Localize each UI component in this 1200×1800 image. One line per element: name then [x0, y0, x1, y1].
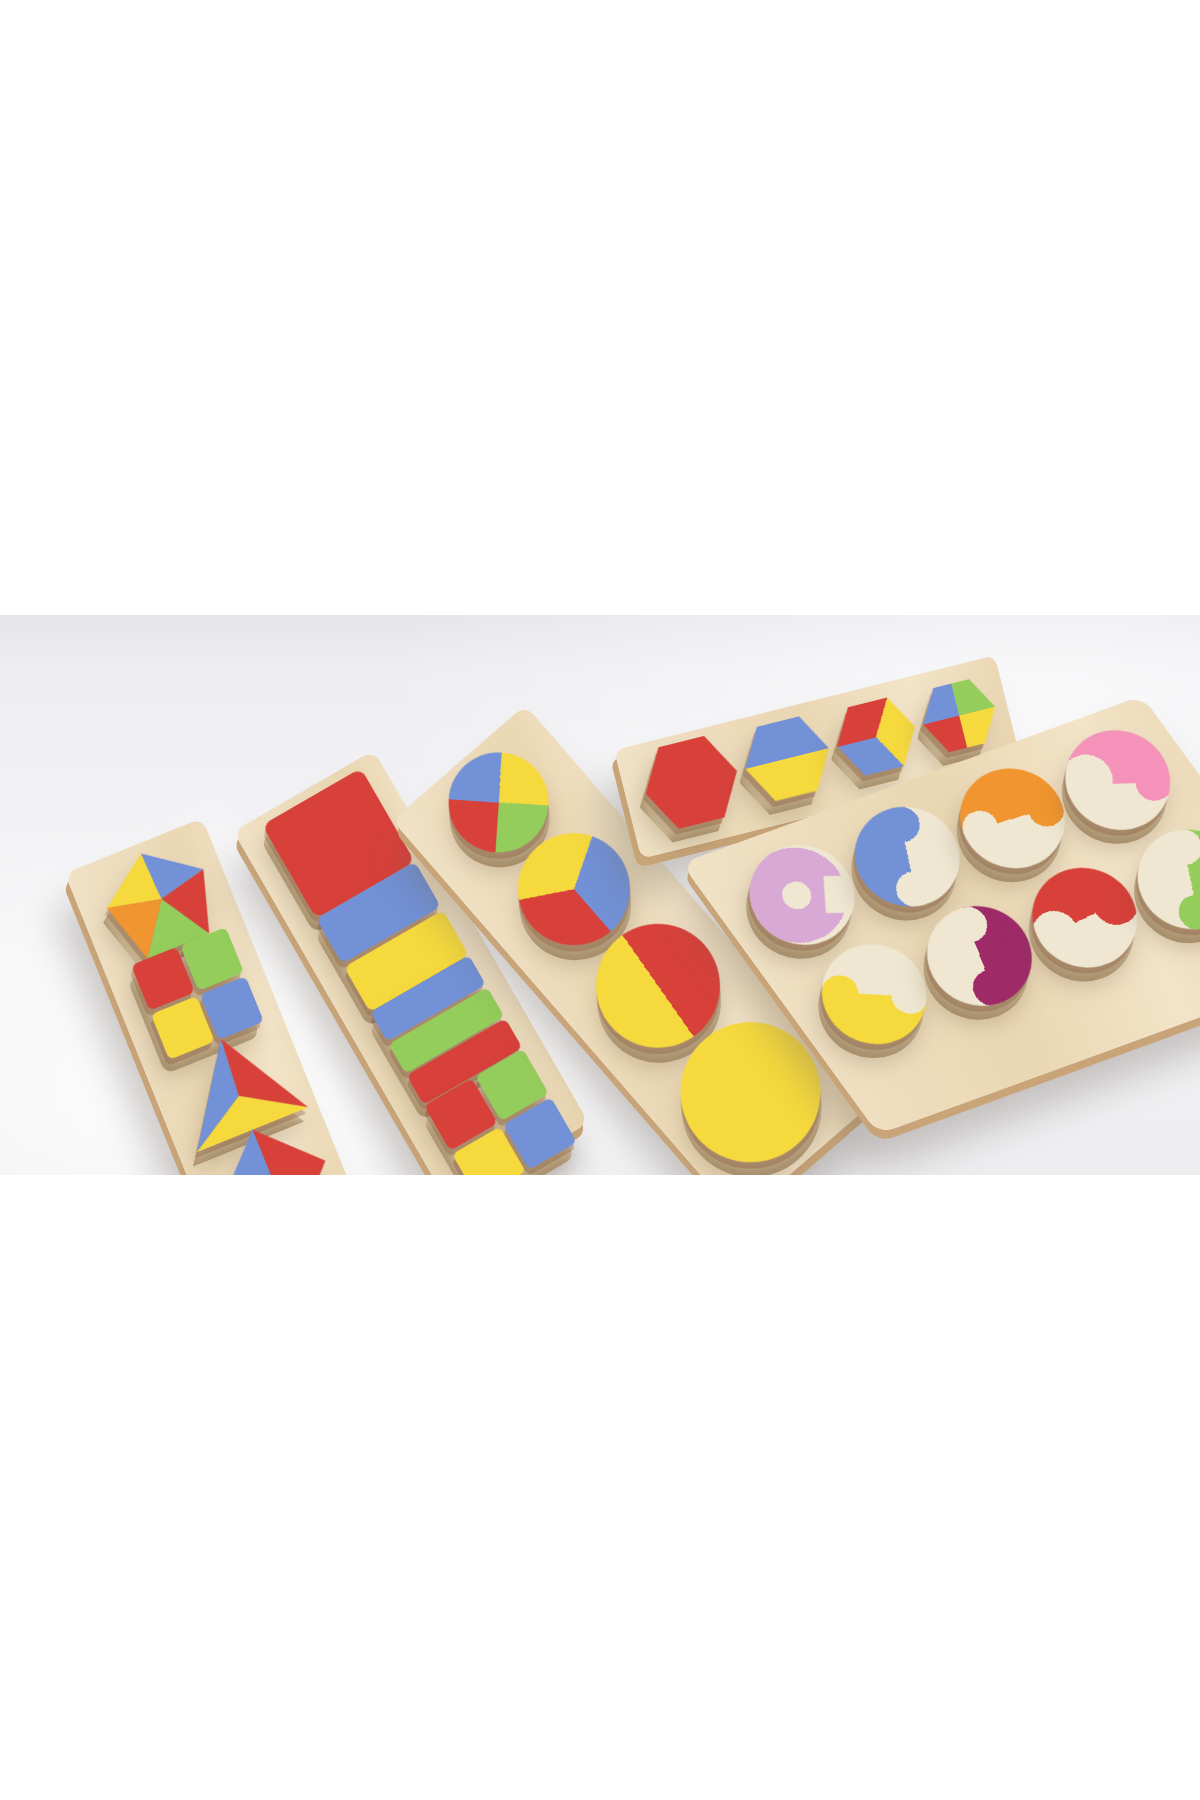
- piece-red-yellow-blue: [829, 692, 924, 780]
- pieces-stack: [829, 692, 924, 780]
- pieces-stack: [736, 711, 838, 807]
- piece-blue-green-red-yellow: [915, 675, 1003, 757]
- board-4-cell-1-hexagon-whole: [633, 737, 745, 841]
- piece-red: [636, 730, 748, 834]
- board-4-cell-3-hexagon-thirds: [826, 699, 921, 787]
- board-4-cell-2-hexagon-halves: [734, 718, 836, 814]
- product-photo: [0, 615, 1200, 1175]
- pieces-stack: [636, 730, 748, 834]
- pieces-stack: [915, 675, 1003, 757]
- page-background: [0, 0, 1200, 1800]
- piece-blue-yellow: [736, 711, 838, 807]
